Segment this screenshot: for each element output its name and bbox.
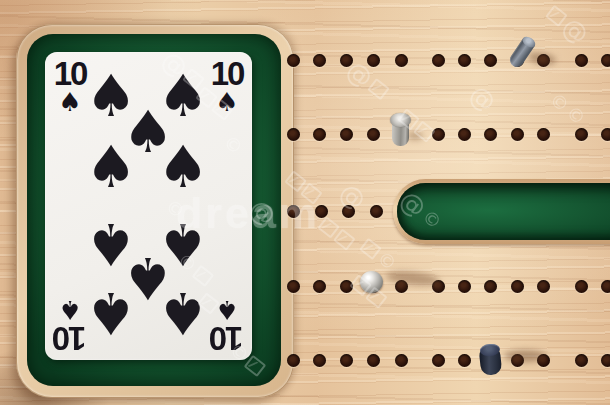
peg-hole bbox=[340, 280, 353, 293]
card-index-top-right: 10 ♠ bbox=[209, 58, 245, 115]
peg-hole bbox=[340, 54, 353, 67]
peg-hole bbox=[511, 128, 524, 141]
peg-hole bbox=[575, 280, 588, 293]
watermark-glyph bbox=[333, 229, 356, 251]
peg-shadow bbox=[385, 269, 440, 288]
watermark-tile: ©© bbox=[547, 90, 589, 128]
watermark-glyph bbox=[367, 78, 390, 100]
peg-hole bbox=[287, 280, 300, 293]
peg-dark-row5[interactable] bbox=[477, 342, 551, 378]
peg-hole bbox=[458, 128, 471, 141]
watermark-tile: @ bbox=[465, 81, 500, 116]
peg-hole bbox=[313, 128, 326, 141]
card-index-bottom-left: 10 ♠ bbox=[52, 297, 88, 354]
playing-card-ten-of-spades[interactable]: 10 ♠ 10 ♠ 10 ♠ 10 ♠ ♠♠♠♠♠♠♠♠♠♠ bbox=[45, 52, 252, 360]
peg-hole bbox=[458, 54, 471, 67]
peg-hole bbox=[287, 205, 300, 218]
spade-icon: ♠ bbox=[52, 89, 88, 115]
peg-hole bbox=[370, 205, 383, 218]
peg-hole bbox=[367, 54, 380, 67]
peg-hole bbox=[484, 54, 497, 67]
green-felt-slot bbox=[397, 183, 610, 240]
spade-icon: ♠ bbox=[52, 297, 88, 323]
cribbage-board-photo: 10 ♠ 10 ♠ 10 ♠ 10 ♠ ♠♠♠♠♠♠♠♠♠♠ bbox=[0, 0, 610, 405]
peg-hole bbox=[511, 280, 524, 293]
peg-hole bbox=[601, 280, 610, 293]
peg-cap bbox=[390, 113, 411, 127]
peg-chrome-row4[interactable] bbox=[358, 268, 444, 298]
peg-hole bbox=[287, 128, 300, 141]
peg-hole bbox=[340, 128, 353, 141]
peg-hole bbox=[601, 54, 610, 67]
card-index-bottom-right: 10 ♠ bbox=[209, 297, 245, 354]
peg-hole bbox=[537, 128, 550, 141]
peg-hole bbox=[458, 354, 471, 367]
peg-hole bbox=[601, 354, 610, 367]
peg-hole bbox=[484, 280, 497, 293]
peg-hole bbox=[367, 354, 380, 367]
peg-hole bbox=[575, 128, 588, 141]
peg-hole bbox=[395, 54, 408, 67]
peg-shadow bbox=[504, 350, 546, 362]
watermark-tile bbox=[317, 216, 355, 251]
peg-hole bbox=[313, 280, 326, 293]
peg-chrome-row2[interactable] bbox=[387, 112, 423, 154]
peg-hole bbox=[315, 205, 328, 218]
peg-hole bbox=[313, 354, 326, 367]
card-index-top-left: 10 ♠ bbox=[52, 58, 88, 115]
peg-steel-row1[interactable] bbox=[500, 33, 560, 73]
peg-shadow bbox=[407, 132, 423, 140]
peg-hole bbox=[395, 354, 408, 367]
peg-hole bbox=[287, 354, 300, 367]
watermark-glyph bbox=[359, 237, 382, 259]
card-rank: 10 bbox=[211, 320, 244, 357]
watermark-glyph: @ bbox=[558, 13, 593, 48]
spade-icon: ♠ bbox=[209, 297, 245, 323]
spade-icon: ♠ bbox=[209, 89, 245, 115]
peg-hole bbox=[575, 354, 588, 367]
peg-hole bbox=[601, 128, 610, 141]
peg-cap bbox=[360, 271, 383, 293]
peg-hole bbox=[484, 128, 497, 141]
watermark-glyph: © bbox=[563, 103, 588, 128]
slot-bevel bbox=[393, 179, 610, 244]
watermark-glyph: © bbox=[547, 90, 572, 115]
peg-hole bbox=[342, 205, 355, 218]
card-rank: 10 bbox=[54, 320, 87, 357]
peg-hole bbox=[537, 280, 550, 293]
watermark-glyph: @ bbox=[465, 81, 500, 116]
peg-hole bbox=[340, 354, 353, 367]
peg-shadow bbox=[527, 51, 556, 67]
watermark-glyph bbox=[545, 5, 568, 27]
peg-hole bbox=[458, 280, 471, 293]
watermark-glyph bbox=[300, 183, 323, 205]
peg-hole bbox=[313, 54, 326, 67]
peg-hole bbox=[432, 128, 445, 141]
watermark-glyph bbox=[317, 216, 340, 238]
peg-hole bbox=[287, 54, 300, 67]
peg-hole bbox=[575, 54, 588, 67]
peg-hole bbox=[367, 128, 380, 141]
peg-hole bbox=[432, 354, 445, 367]
peg-hole bbox=[432, 54, 445, 67]
